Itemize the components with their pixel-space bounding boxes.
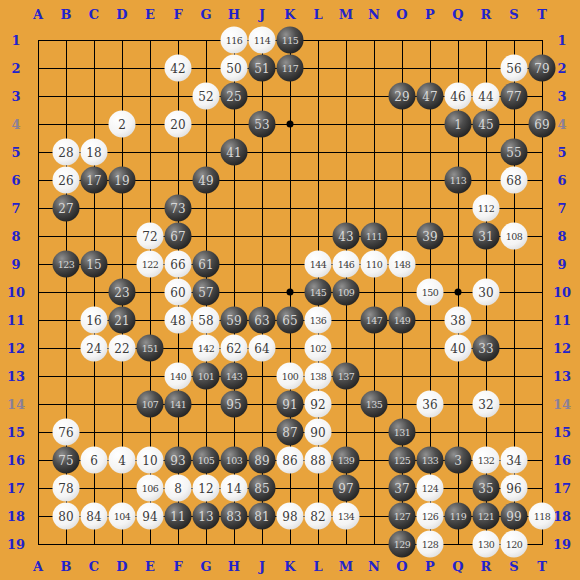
black-stone-B16-move-75: 75 bbox=[53, 447, 80, 474]
black-stone-H16-move-103: 103 bbox=[221, 447, 248, 474]
white-stone-R7-move-112: 112 bbox=[473, 195, 500, 222]
move-number: 123 bbox=[58, 259, 75, 269]
grid-hline-19 bbox=[38, 544, 543, 545]
move-number: 25 bbox=[226, 90, 241, 102]
coord-label-bottom-M: M bbox=[339, 560, 353, 573]
move-number: 50 bbox=[226, 62, 241, 74]
move-number: 91 bbox=[282, 398, 297, 410]
coord-label-bottom-P: P bbox=[425, 560, 435, 573]
white-stone-C12-move-24: 24 bbox=[81, 335, 108, 362]
white-stone-K18-move-98: 98 bbox=[277, 503, 304, 530]
coord-label-right-18: 18 bbox=[553, 510, 571, 523]
coord-label-right-5: 5 bbox=[557, 146, 566, 159]
white-stone-M18-move-134: 134 bbox=[333, 503, 360, 530]
move-number: 102 bbox=[310, 343, 327, 353]
move-number: 52 bbox=[198, 90, 213, 102]
move-number: 10 bbox=[142, 454, 157, 466]
move-number: 98 bbox=[282, 510, 297, 522]
black-stone-B7-move-27: 27 bbox=[53, 195, 80, 222]
coord-label-top-Q: Q bbox=[452, 8, 463, 21]
move-number: 51 bbox=[254, 62, 269, 74]
black-stone-F18-move-11: 11 bbox=[165, 503, 192, 530]
move-number: 145 bbox=[310, 287, 327, 297]
white-stone-B5-move-28: 28 bbox=[53, 139, 80, 166]
move-number: 146 bbox=[338, 259, 355, 269]
move-number: 142 bbox=[198, 343, 215, 353]
coord-label-bottom-Q: Q bbox=[452, 560, 463, 573]
coord-label-right-2: 2 bbox=[557, 62, 566, 75]
white-stone-C18-move-84: 84 bbox=[81, 503, 108, 530]
move-number: 141 bbox=[170, 399, 187, 409]
move-number: 2 bbox=[118, 118, 126, 130]
white-stone-C11-move-16: 16 bbox=[81, 307, 108, 334]
move-number: 81 bbox=[254, 510, 269, 522]
white-stone-S16-move-34: 34 bbox=[501, 447, 528, 474]
coord-label-top-D: D bbox=[116, 8, 127, 21]
white-stone-L13-move-138: 138 bbox=[305, 363, 332, 390]
coord-label-left-2: 2 bbox=[11, 62, 20, 75]
coord-label-bottom-F: F bbox=[173, 560, 182, 573]
black-stone-K14-move-91: 91 bbox=[277, 391, 304, 418]
move-number: 22 bbox=[114, 342, 129, 354]
black-stone-G18-move-13: 13 bbox=[193, 503, 220, 530]
coord-label-left-1: 1 bbox=[11, 34, 20, 47]
white-stone-Q11-move-38: 38 bbox=[445, 307, 472, 334]
white-stone-P10-move-150: 150 bbox=[417, 279, 444, 306]
black-stone-M10-move-109: 109 bbox=[333, 279, 360, 306]
black-stone-D6-move-19: 19 bbox=[109, 167, 136, 194]
coord-label-left-6: 6 bbox=[11, 174, 20, 187]
coord-label-right-6: 6 bbox=[557, 174, 566, 187]
black-stone-M8-move-43: 43 bbox=[333, 223, 360, 250]
coord-label-left-12: 12 bbox=[7, 342, 25, 355]
move-number: 37 bbox=[394, 482, 409, 494]
move-number: 45 bbox=[478, 118, 493, 130]
move-number: 39 bbox=[422, 230, 437, 242]
move-number: 115 bbox=[282, 35, 299, 45]
black-stone-S5-move-55: 55 bbox=[501, 139, 528, 166]
coord-label-right-7: 7 bbox=[557, 202, 566, 215]
move-number: 117 bbox=[282, 63, 299, 73]
move-number: 134 bbox=[338, 511, 355, 521]
coord-label-right-9: 9 bbox=[557, 258, 566, 271]
move-number: 133 bbox=[422, 455, 439, 465]
move-number: 97 bbox=[338, 482, 353, 494]
coord-label-top-G: G bbox=[200, 8, 211, 21]
black-stone-K2-move-117: 117 bbox=[277, 55, 304, 82]
white-stone-F9-move-66: 66 bbox=[165, 251, 192, 278]
move-number: 148 bbox=[394, 259, 411, 269]
white-stone-C16-move-6: 6 bbox=[81, 447, 108, 474]
black-stone-O11-move-149: 149 bbox=[389, 307, 416, 334]
white-stone-K13-move-100: 100 bbox=[277, 363, 304, 390]
move-number: 100 bbox=[282, 371, 299, 381]
black-stone-N8-move-111: 111 bbox=[361, 223, 388, 250]
coord-label-top-J: J bbox=[259, 8, 265, 21]
move-number: 1 bbox=[454, 118, 462, 130]
move-number: 32 bbox=[478, 398, 493, 410]
move-number: 122 bbox=[142, 259, 159, 269]
coord-label-left-11: 11 bbox=[7, 314, 25, 327]
move-number: 87 bbox=[282, 426, 297, 438]
move-number: 78 bbox=[58, 482, 73, 494]
coord-label-top-N: N bbox=[368, 8, 380, 21]
star-point-Q10 bbox=[455, 289, 462, 296]
move-number: 41 bbox=[226, 146, 241, 158]
move-number: 111 bbox=[366, 231, 383, 241]
white-stone-E18-move-94: 94 bbox=[137, 503, 164, 530]
move-number: 35 bbox=[478, 482, 493, 494]
coord-label-left-16: 16 bbox=[7, 454, 25, 467]
move-number: 139 bbox=[338, 455, 355, 465]
move-number: 34 bbox=[506, 454, 521, 466]
white-stone-F4-move-20: 20 bbox=[165, 111, 192, 138]
black-stone-L10-move-145: 145 bbox=[305, 279, 332, 306]
white-stone-C5-move-18: 18 bbox=[81, 139, 108, 166]
white-stone-L15-move-90: 90 bbox=[305, 419, 332, 446]
move-number: 112 bbox=[478, 203, 495, 213]
move-number: 61 bbox=[198, 258, 213, 270]
move-number: 83 bbox=[226, 510, 241, 522]
black-stone-Q4-move-1: 1 bbox=[445, 111, 472, 138]
coord-label-top-B: B bbox=[61, 8, 72, 21]
move-number: 88 bbox=[310, 454, 325, 466]
white-stone-H1-move-116: 116 bbox=[221, 27, 248, 54]
white-stone-S8-move-108: 108 bbox=[501, 223, 528, 250]
white-stone-G12-move-142: 142 bbox=[193, 335, 220, 362]
move-number: 89 bbox=[254, 454, 269, 466]
white-stone-S19-move-120: 120 bbox=[501, 531, 528, 558]
black-stone-C9-move-15: 15 bbox=[81, 251, 108, 278]
coord-label-top-R: R bbox=[481, 8, 492, 21]
move-number: 110 bbox=[366, 259, 383, 269]
move-number: 108 bbox=[506, 231, 523, 241]
move-number: 73 bbox=[170, 202, 185, 214]
coord-label-left-18: 18 bbox=[7, 510, 25, 523]
black-stone-P8-move-39: 39 bbox=[417, 223, 444, 250]
move-number: 84 bbox=[86, 510, 101, 522]
move-number: 31 bbox=[478, 230, 493, 242]
coord-label-left-4: 4 bbox=[11, 118, 20, 131]
coord-label-left-8: 8 bbox=[11, 230, 20, 243]
move-number: 11 bbox=[170, 510, 185, 522]
move-number: 116 bbox=[226, 35, 243, 45]
move-number: 85 bbox=[254, 482, 269, 494]
move-number: 13 bbox=[198, 510, 213, 522]
white-stone-D4-move-2: 2 bbox=[109, 111, 136, 138]
move-number: 90 bbox=[310, 426, 325, 438]
coord-label-right-13: 13 bbox=[553, 370, 571, 383]
black-stone-R17-move-35: 35 bbox=[473, 475, 500, 502]
move-number: 30 bbox=[478, 286, 493, 298]
white-stone-B6-move-26: 26 bbox=[53, 167, 80, 194]
move-number: 33 bbox=[478, 342, 493, 354]
move-number: 82 bbox=[310, 510, 325, 522]
black-stone-E12-move-151: 151 bbox=[137, 335, 164, 362]
grid-vline-N bbox=[374, 40, 375, 545]
coord-label-top-O: O bbox=[396, 8, 407, 21]
black-stone-Q6-move-113: 113 bbox=[445, 167, 472, 194]
black-stone-B9-move-123: 123 bbox=[53, 251, 80, 278]
coord-label-left-15: 15 bbox=[7, 426, 25, 439]
white-stone-L18-move-82: 82 bbox=[305, 503, 332, 530]
move-number: 125 bbox=[394, 455, 411, 465]
star-point-K10 bbox=[287, 289, 294, 296]
move-number: 119 bbox=[450, 511, 467, 521]
white-stone-F13-move-140: 140 bbox=[165, 363, 192, 390]
black-stone-Q16-move-3: 3 bbox=[445, 447, 472, 474]
coord-label-bottom-G: G bbox=[200, 560, 211, 573]
white-stone-G17-move-12: 12 bbox=[193, 475, 220, 502]
move-number: 14 bbox=[226, 482, 241, 494]
coord-label-bottom-D: D bbox=[116, 560, 127, 573]
move-number: 128 bbox=[422, 539, 439, 549]
move-number: 55 bbox=[506, 146, 521, 158]
coord-label-top-F: F bbox=[173, 8, 182, 21]
black-stone-P16-move-133: 133 bbox=[417, 447, 444, 474]
coord-label-top-P: P bbox=[425, 8, 435, 21]
black-stone-P3-move-47: 47 bbox=[417, 83, 444, 110]
move-number: 150 bbox=[422, 287, 439, 297]
white-stone-H2-move-50: 50 bbox=[221, 55, 248, 82]
move-number: 46 bbox=[450, 90, 465, 102]
move-number: 79 bbox=[534, 62, 549, 74]
coord-label-right-12: 12 bbox=[553, 342, 571, 355]
move-number: 43 bbox=[338, 230, 353, 242]
black-stone-F16-move-93: 93 bbox=[165, 447, 192, 474]
white-stone-H17-move-14: 14 bbox=[221, 475, 248, 502]
move-number: 127 bbox=[394, 511, 411, 521]
black-stone-G13-move-101: 101 bbox=[193, 363, 220, 390]
move-number: 47 bbox=[422, 90, 437, 102]
white-stone-Q3-move-46: 46 bbox=[445, 83, 472, 110]
white-stone-P18-move-126: 126 bbox=[417, 503, 444, 530]
black-stone-O17-move-37: 37 bbox=[389, 475, 416, 502]
coord-label-top-C: C bbox=[89, 8, 99, 21]
white-stone-S2-move-56: 56 bbox=[501, 55, 528, 82]
black-stone-F7-move-73: 73 bbox=[165, 195, 192, 222]
move-number: 131 bbox=[394, 427, 411, 437]
move-number: 49 bbox=[198, 174, 213, 186]
coord-label-top-A: A bbox=[33, 8, 43, 21]
black-stone-J11-move-63: 63 bbox=[249, 307, 276, 334]
black-stone-R8-move-31: 31 bbox=[473, 223, 500, 250]
white-stone-G3-move-52: 52 bbox=[193, 83, 220, 110]
move-number: 96 bbox=[506, 482, 521, 494]
black-stone-H3-move-25: 25 bbox=[221, 83, 248, 110]
move-number: 109 bbox=[338, 287, 355, 297]
white-stone-P14-move-36: 36 bbox=[417, 391, 444, 418]
black-stone-G10-move-57: 57 bbox=[193, 279, 220, 306]
move-number: 86 bbox=[282, 454, 297, 466]
white-stone-G11-move-58: 58 bbox=[193, 307, 220, 334]
white-stone-S6-move-68: 68 bbox=[501, 167, 528, 194]
coord-label-top-L: L bbox=[313, 8, 322, 21]
white-stone-E9-move-122: 122 bbox=[137, 251, 164, 278]
coord-label-left-17: 17 bbox=[7, 482, 25, 495]
move-number: 75 bbox=[58, 454, 73, 466]
black-stone-R4-move-45: 45 bbox=[473, 111, 500, 138]
black-stone-G9-move-61: 61 bbox=[193, 251, 220, 278]
move-number: 53 bbox=[254, 118, 269, 130]
black-stone-K11-move-65: 65 bbox=[277, 307, 304, 334]
black-stone-J2-move-51: 51 bbox=[249, 55, 276, 82]
move-number: 99 bbox=[506, 510, 521, 522]
move-number: 26 bbox=[58, 174, 73, 186]
white-stone-D16-move-4: 4 bbox=[109, 447, 136, 474]
black-stone-Q18-move-119: 119 bbox=[445, 503, 472, 530]
white-stone-B15-move-76: 76 bbox=[53, 419, 80, 446]
move-number: 138 bbox=[310, 371, 327, 381]
move-number: 114 bbox=[254, 35, 271, 45]
move-number: 130 bbox=[478, 539, 495, 549]
black-stone-M16-move-139: 139 bbox=[333, 447, 360, 474]
move-number: 124 bbox=[422, 483, 439, 493]
coord-label-bottom-S: S bbox=[509, 560, 518, 573]
white-stone-R10-move-30: 30 bbox=[473, 279, 500, 306]
white-stone-Q12-move-40: 40 bbox=[445, 335, 472, 362]
black-stone-K15-move-87: 87 bbox=[277, 419, 304, 446]
coord-label-right-8: 8 bbox=[557, 230, 566, 243]
coord-label-top-E: E bbox=[145, 8, 155, 21]
move-number: 129 bbox=[394, 539, 411, 549]
coord-label-right-14: 14 bbox=[553, 398, 571, 411]
coord-label-left-14: 14 bbox=[7, 398, 25, 411]
move-number: 69 bbox=[534, 118, 549, 130]
coord-label-right-16: 16 bbox=[553, 454, 571, 467]
white-stone-L12-move-102: 102 bbox=[305, 335, 332, 362]
move-number: 67 bbox=[170, 230, 185, 242]
move-number: 63 bbox=[254, 314, 269, 326]
white-stone-F17-move-8: 8 bbox=[165, 475, 192, 502]
black-stone-H18-move-83: 83 bbox=[221, 503, 248, 530]
move-number: 8 bbox=[174, 482, 182, 494]
black-stone-C6-move-17: 17 bbox=[81, 167, 108, 194]
star-point-K4 bbox=[287, 121, 294, 128]
white-stone-P17-move-124: 124 bbox=[417, 475, 444, 502]
coord-label-bottom-C: C bbox=[89, 560, 99, 573]
move-number: 80 bbox=[58, 510, 73, 522]
black-stone-T4-move-69: 69 bbox=[529, 111, 556, 138]
move-number: 132 bbox=[478, 455, 495, 465]
move-number: 137 bbox=[338, 371, 355, 381]
coord-label-bottom-B: B bbox=[61, 560, 72, 573]
move-number: 44 bbox=[478, 90, 493, 102]
black-stone-J4-move-53: 53 bbox=[249, 111, 276, 138]
move-number: 42 bbox=[170, 62, 185, 74]
move-number: 106 bbox=[142, 483, 159, 493]
coord-label-bottom-R: R bbox=[481, 560, 492, 573]
coord-label-right-1: 1 bbox=[557, 34, 566, 47]
white-stone-D12-move-22: 22 bbox=[109, 335, 136, 362]
move-number: 113 bbox=[450, 175, 467, 185]
white-stone-N9-move-110: 110 bbox=[361, 251, 388, 278]
move-number: 126 bbox=[422, 511, 439, 521]
move-number: 120 bbox=[506, 539, 523, 549]
black-stone-H11-move-59: 59 bbox=[221, 307, 248, 334]
move-number: 18 bbox=[86, 146, 101, 158]
white-stone-K16-move-86: 86 bbox=[277, 447, 304, 474]
move-number: 65 bbox=[282, 314, 297, 326]
white-stone-T18-move-118: 118 bbox=[529, 503, 556, 530]
white-stone-R3-move-44: 44 bbox=[473, 83, 500, 110]
white-stone-F10-move-60: 60 bbox=[165, 279, 192, 306]
move-number: 135 bbox=[366, 399, 383, 409]
white-stone-S17-move-96: 96 bbox=[501, 475, 528, 502]
coord-label-bottom-E: E bbox=[145, 560, 155, 573]
black-stone-H14-move-95: 95 bbox=[221, 391, 248, 418]
coord-label-left-3: 3 bbox=[11, 90, 20, 103]
white-stone-F2-move-42: 42 bbox=[165, 55, 192, 82]
white-stone-J1-move-114: 114 bbox=[249, 27, 276, 54]
black-stone-D10-move-23: 23 bbox=[109, 279, 136, 306]
move-number: 19 bbox=[114, 174, 129, 186]
white-stone-L9-move-144: 144 bbox=[305, 251, 332, 278]
coord-label-left-9: 9 bbox=[11, 258, 20, 271]
black-stone-G6-move-49: 49 bbox=[193, 167, 220, 194]
black-stone-N14-move-135: 135 bbox=[361, 391, 388, 418]
coord-label-bottom-K: K bbox=[284, 560, 295, 573]
move-number: 62 bbox=[226, 342, 241, 354]
move-number: 105 bbox=[198, 455, 215, 465]
move-number: 94 bbox=[142, 510, 157, 522]
move-number: 121 bbox=[478, 511, 495, 521]
black-stone-H5-move-41: 41 bbox=[221, 139, 248, 166]
move-number: 151 bbox=[142, 343, 159, 353]
move-number: 101 bbox=[198, 371, 215, 381]
black-stone-O16-move-125: 125 bbox=[389, 447, 416, 474]
move-number: 15 bbox=[86, 258, 101, 270]
move-number: 23 bbox=[114, 286, 129, 298]
move-number: 40 bbox=[450, 342, 465, 354]
white-stone-R19-move-130: 130 bbox=[473, 531, 500, 558]
move-number: 38 bbox=[450, 314, 465, 326]
black-stone-R18-move-121: 121 bbox=[473, 503, 500, 530]
black-stone-D11-move-21: 21 bbox=[109, 307, 136, 334]
white-stone-O9-move-148: 148 bbox=[389, 251, 416, 278]
black-stone-O15-move-131: 131 bbox=[389, 419, 416, 446]
white-stone-L14-move-92: 92 bbox=[305, 391, 332, 418]
coord-label-right-10: 10 bbox=[553, 286, 571, 299]
move-number: 17 bbox=[86, 174, 101, 186]
black-stone-E14-move-107: 107 bbox=[137, 391, 164, 418]
move-number: 24 bbox=[86, 342, 101, 354]
move-number: 58 bbox=[198, 314, 213, 326]
move-number: 64 bbox=[254, 342, 269, 354]
black-stone-H13-move-143: 143 bbox=[221, 363, 248, 390]
move-number: 136 bbox=[310, 315, 327, 325]
go-board[interactable]: AABBCCDDEEFFGGHHJJKKLLMMNNOOPPQQRRSSTT11… bbox=[0, 0, 580, 580]
move-number: 12 bbox=[198, 482, 213, 494]
white-stone-E8-move-72: 72 bbox=[137, 223, 164, 250]
coord-label-top-H: H bbox=[228, 8, 240, 21]
black-stone-R12-move-33: 33 bbox=[473, 335, 500, 362]
coord-label-bottom-L: L bbox=[313, 560, 322, 573]
move-number: 36 bbox=[422, 398, 437, 410]
move-number: 103 bbox=[226, 455, 243, 465]
move-number: 56 bbox=[506, 62, 521, 74]
move-number: 48 bbox=[170, 314, 185, 326]
coord-label-top-M: M bbox=[339, 8, 353, 21]
black-stone-S3-move-77: 77 bbox=[501, 83, 528, 110]
coord-label-right-4: 4 bbox=[557, 118, 566, 131]
move-number: 144 bbox=[310, 259, 327, 269]
coord-label-left-10: 10 bbox=[7, 286, 25, 299]
move-number: 92 bbox=[310, 398, 325, 410]
move-number: 118 bbox=[534, 511, 551, 521]
move-number: 16 bbox=[86, 314, 101, 326]
white-stone-L16-move-88: 88 bbox=[305, 447, 332, 474]
